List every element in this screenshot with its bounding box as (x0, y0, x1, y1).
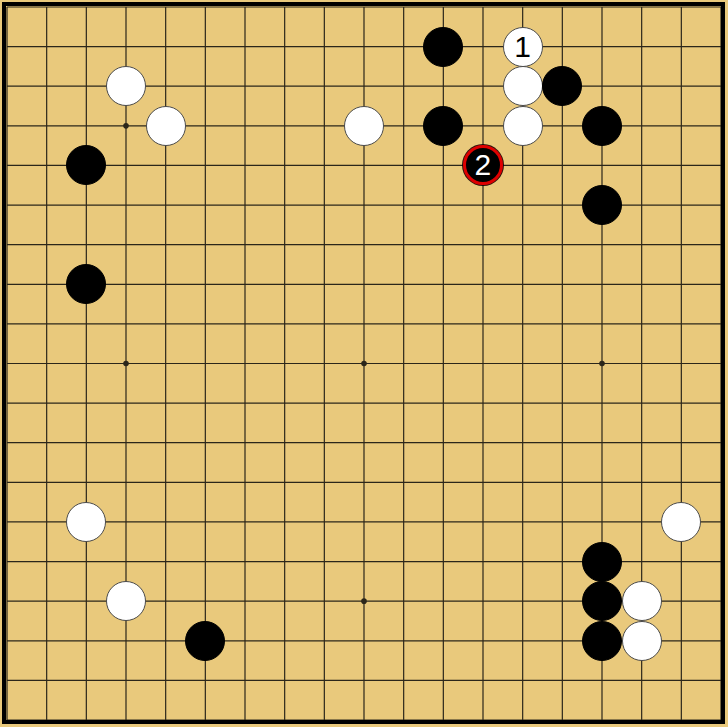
stone-white (622, 581, 662, 621)
stone-black (185, 621, 225, 661)
move-number-label: 2 (475, 150, 492, 180)
stone-black (582, 542, 622, 582)
stone-white (661, 502, 701, 542)
stone-black (423, 27, 463, 67)
stone-black (542, 66, 582, 106)
stone-white: 1 (503, 27, 543, 67)
stone-white (146, 106, 186, 146)
stone-black (66, 264, 106, 304)
stones-layer: 12 (0, 0, 728, 727)
stone-white (344, 106, 384, 146)
stone-white (503, 66, 543, 106)
stone-black (582, 581, 622, 621)
stone-black (582, 621, 622, 661)
stone-white (106, 66, 146, 106)
stone-black (423, 106, 463, 146)
stone-white (106, 581, 146, 621)
stone-black (66, 145, 106, 185)
stone-white (66, 502, 106, 542)
stone-black (582, 106, 622, 146)
move-number-label: 1 (514, 32, 531, 62)
stone-black (582, 185, 622, 225)
stone-white (503, 106, 543, 146)
stone-black-last-move: 2 (463, 145, 503, 185)
go-board[interactable]: 12 (0, 0, 728, 727)
stone-white (622, 621, 662, 661)
